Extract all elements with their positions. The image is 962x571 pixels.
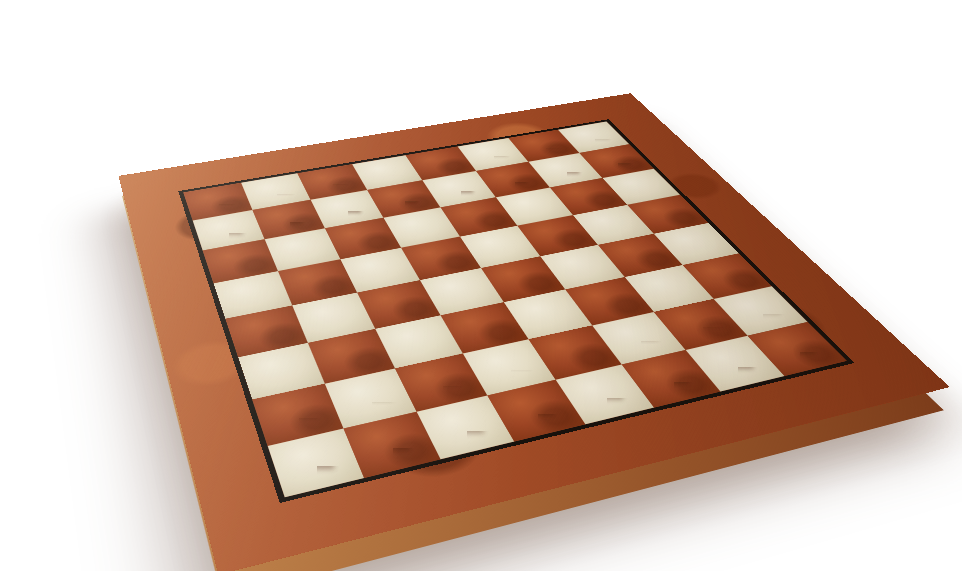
white-pawn-b2[interactable]: ♟: [273, 189, 307, 227]
black-bishop-c7[interactable]: ♝: [412, 323, 474, 392]
black-pawn-e8[interactable]: ♟: [586, 357, 628, 403]
product-photo-scene: ♜♞♝♛♚♝♞♜♟♟♟♟♟♟♟♟♜♞♝♚♛♝♞♜♟♟♟♟♟♟♟♟: [0, 0, 962, 571]
white-pawn-g2[interactable]: ♟: [551, 141, 583, 176]
black-bishop-f7[interactable]: ♝: [612, 281, 671, 346]
black-pawn-a8[interactable]: ♟: [295, 423, 340, 473]
black-pawn-f8[interactable]: ♟: [653, 342, 694, 388]
white-pawn-e2[interactable]: ♟: [444, 160, 476, 196]
white-pawn-a2[interactable]: ♟: [212, 199, 246, 237]
white-pawn-f2[interactable]: ♟: [499, 150, 531, 186]
black-queen-e7[interactable]: ♛: [545, 288, 611, 361]
black-pawn-b8[interactable]: ♟: [372, 406, 416, 455]
black-pawn-d8[interactable]: ♟: [517, 373, 559, 420]
white-pawn-h2[interactable]: ♟: [603, 133, 634, 168]
black-king-d7[interactable]: ♚: [476, 297, 547, 376]
square-e4[interactable]: [460, 226, 540, 268]
black-rook-a7[interactable]: ♜: [272, 365, 325, 424]
black-pawn-g8[interactable]: ♟: [718, 328, 758, 373]
white-pawn-c2[interactable]: ♟: [332, 179, 365, 216]
chess-board: ♜♞♝♛♚♝♞♜♟♟♟♟♟♟♟♟♜♞♝♚♛♝♞♜♟♟♟♟♟♟♟♟: [119, 93, 950, 571]
white-pawn-d2[interactable]: ♟: [389, 169, 422, 206]
square-e8[interactable]: ♟: [556, 365, 654, 425]
black-knight-b7[interactable]: ♞: [343, 343, 401, 408]
black-pawn-h8[interactable]: ♟: [780, 313, 820, 357]
black-pawn-c8[interactable]: ♟: [446, 389, 489, 437]
